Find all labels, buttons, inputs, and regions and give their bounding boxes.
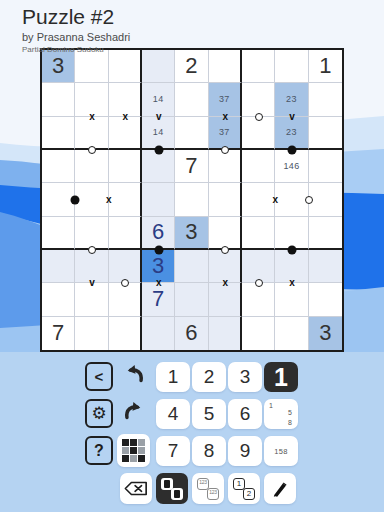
normal-mode-preview-button[interactable]: 1 [264,362,298,392]
cell-r6c1[interactable] [42,217,75,250]
cell-r1c7[interactable] [242,50,275,83]
gear-icon: ⚙ [91,405,106,422]
cell-r3c6[interactable]: 37 [209,117,242,150]
cell-r2c9[interactable] [309,83,342,116]
cell-r7c1[interactable] [42,250,75,283]
cell-r2c4[interactable]: 14 [142,83,175,116]
digit-button-1[interactable]: 1 [156,362,190,392]
digit-button-2[interactable]: 2 [192,362,226,392]
cell-r5c4[interactable] [142,183,175,216]
center-preview: 158 [274,447,287,456]
cell-r3c1[interactable] [42,117,75,150]
cell-r6c8[interactable] [275,217,308,250]
cell-r8c2[interactable] [75,283,108,316]
center-mark-icon: 1 2 [233,478,255,500]
cell-r2c1[interactable] [42,83,75,116]
corner-preview: 1 5 8 [264,399,298,429]
back-button[interactable]: < [85,362,113,391]
puzzle-header: Puzzle #2 by Prasanna Seshadri Partial D… [22,5,130,54]
digit-button-5[interactable]: 5 [192,399,226,429]
normal-mode-icon [161,478,183,500]
cell-r1c8[interactable] [275,50,308,83]
cell-r3c9[interactable] [309,117,342,150]
cell-r5c1[interactable] [42,183,75,216]
cell-r8c4[interactable]: 7 [142,283,175,316]
cell-r2c6[interactable]: 37 [209,83,242,116]
sudoku-board[interactable]: 32114372314372371466337763xxvxvxxvxxx [40,48,344,352]
cell-r7c5[interactable] [175,250,208,283]
cell-r4c4[interactable] [142,150,175,183]
cell-r8c8[interactable] [275,283,308,316]
cell-r3c5[interactable] [175,117,208,150]
cell-r3c7[interactable] [242,117,275,150]
cell-r6c3[interactable] [109,217,142,250]
cell-r1c4[interactable] [142,50,175,83]
cell-r9c4[interactable] [142,317,175,350]
cell-r2c3[interactable] [109,83,142,116]
cell-r8c3[interactable] [109,283,142,316]
pen-tool-button[interactable] [264,473,296,504]
cell-r2c2[interactable] [75,83,108,116]
cell-r8c5[interactable] [175,283,208,316]
cell-r3c4[interactable]: 14 [142,117,175,150]
cell-r3c8[interactable]: 23 [275,117,308,150]
cell-r1c2[interactable] [75,50,108,83]
normal-preview-digit: 1 [274,363,288,392]
digit-button-8[interactable]: 8 [192,436,226,466]
cell-r4c7[interactable] [242,150,275,183]
cell-r1c9[interactable]: 1 [309,50,342,83]
cell-r4c5[interactable]: 7 [175,150,208,183]
cell-r8c1[interactable] [42,283,75,316]
cell-r6c7[interactable] [242,217,275,250]
page-title: Puzzle #2 [22,5,130,29]
corner-preview-digit: 8 [288,419,292,426]
cell-r1c5[interactable]: 2 [175,50,208,83]
redo-arrow-icon [121,398,147,424]
control-panel: < ⚙ ? 123456789 1 1 5 8 158 [0,352,384,512]
cell-r9c3[interactable] [109,317,142,350]
cell-r9c7[interactable] [242,317,275,350]
settings-button[interactable]: ⚙ [85,399,113,428]
cell-r5c3[interactable] [109,183,142,216]
digit-button-7[interactable]: 7 [156,436,190,466]
cell-r7c4[interactable]: 3 [142,250,175,283]
cell-r4c6[interactable] [209,150,242,183]
back-icon: < [95,368,104,385]
cell-r4c2[interactable] [75,150,108,183]
cell-r6c2[interactable] [75,217,108,250]
digit-button-3[interactable]: 3 [228,362,262,392]
backspace-icon [124,481,148,496]
cell-r6c4[interactable]: 6 [142,217,175,250]
center-mode-preview-button[interactable]: 158 [264,436,298,466]
normal-mode-button[interactable] [156,473,188,504]
undo-arrow-icon [121,361,147,387]
corner-preview-digit: 1 [269,402,273,409]
cell-r5c9[interactable] [309,183,342,216]
cell-r4c3[interactable] [109,150,142,183]
cell-r1c1[interactable]: 3 [42,50,75,83]
delete-button[interactable] [120,473,152,504]
cell-r9c5[interactable]: 6 [175,317,208,350]
multi-select-button[interactable] [117,434,150,467]
cell-r6c9[interactable] [309,217,342,250]
cell-r5c5[interactable] [175,183,208,216]
cell-r7c8[interactable] [275,250,308,283]
cell-r6c5[interactable]: 3 [175,217,208,250]
cell-r8c9[interactable] [309,283,342,316]
puzzle-variant: Partial Domino Sudoku [22,45,130,54]
cell-r8c6[interactable] [209,283,242,316]
cell-r6c6[interactable] [209,217,242,250]
cell-r1c6[interactable] [209,50,242,83]
cell-r4c9[interactable] [309,150,342,183]
cell-r7c3[interactable] [109,250,142,283]
cell-r8c7[interactable] [242,283,275,316]
cell-r2c7[interactable] [242,83,275,116]
cell-r9c9[interactable]: 3 [309,317,342,350]
cell-r7c2[interactable] [75,250,108,283]
digit-button-4[interactable]: 4 [156,399,190,429]
cell-r1c3[interactable] [109,50,142,83]
puzzle-author: by Prasanna Seshadri [22,31,130,43]
center-mode-button[interactable]: 1 2 [228,473,260,504]
cell-r7c6[interactable] [209,250,242,283]
cell-r3c3[interactable] [109,117,142,150]
cell-r5c7[interactable] [242,183,275,216]
cell-r2c5[interactable] [175,83,208,116]
cell-r2c8[interactable]: 23 [275,83,308,116]
cell-r9c6[interactable] [209,317,242,350]
grid-pattern-icon [122,439,145,462]
cell-r4c1[interactable] [42,150,75,183]
question-icon: ? [94,442,104,460]
cell-r5c8[interactable] [275,183,308,216]
help-button[interactable]: ? [85,436,113,465]
digit-button-6[interactable]: 6 [228,399,262,429]
cell-r9c2[interactable] [75,317,108,350]
corner-mark-icon: 123 123 [197,478,219,500]
pen-icon [270,479,290,499]
redo-button[interactable] [120,397,148,425]
cell-r3c2[interactable] [75,117,108,150]
corner-preview-digit: 5 [288,409,292,416]
cell-r9c1[interactable]: 7 [42,317,75,350]
cell-r7c9[interactable] [309,250,342,283]
cell-r4c8[interactable]: 146 [275,150,308,183]
digit-button-9[interactable]: 9 [228,436,262,466]
cell-r9c8[interactable] [275,317,308,350]
undo-button[interactable] [120,360,148,388]
corner-mode-button[interactable]: 123 123 [192,473,224,504]
cell-r7c7[interactable] [242,250,275,283]
corner-mode-preview-button[interactable]: 1 5 8 [264,399,298,429]
cell-r5c2[interactable] [75,183,108,216]
cell-r5c6[interactable] [209,183,242,216]
